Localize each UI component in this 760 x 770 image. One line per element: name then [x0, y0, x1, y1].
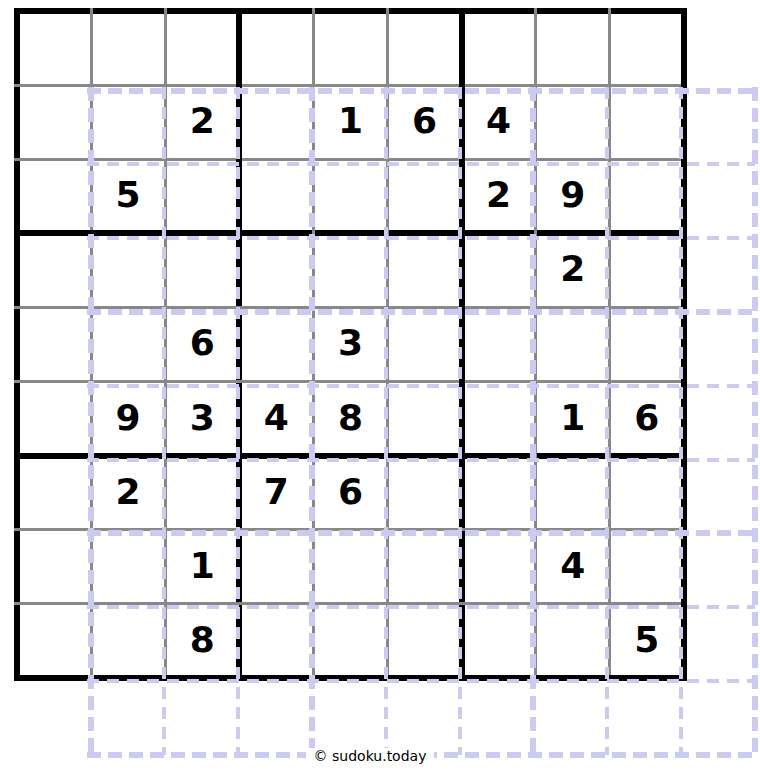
cell-r8c4[interactable] [239, 530, 313, 604]
cell-r4c8[interactable]: 2 [536, 233, 610, 307]
given-digit: 4 [264, 400, 289, 436]
cell-r6c8[interactable]: 1 [536, 382, 610, 456]
cell-r3c4[interactable] [239, 159, 313, 233]
puzzle-canvas: 21645292639348162761485 © sudoku.today [0, 0, 760, 770]
cell-r7c2[interactable]: 2 [91, 456, 165, 530]
cell-r5c3[interactable]: 6 [165, 307, 239, 381]
cell-r6c3[interactable]: 3 [165, 382, 239, 456]
main-grid-line-h-8 [14, 602, 687, 605]
cell-r3c7[interactable]: 2 [462, 159, 536, 233]
cell-r2c5[interactable]: 1 [313, 85, 387, 159]
cell-r1c3[interactable] [165, 11, 239, 85]
given-digit: 2 [560, 251, 585, 287]
given-digit: 7 [264, 474, 289, 510]
cell-r6c5[interactable]: 8 [313, 382, 387, 456]
main-grid-line-h-2 [14, 158, 687, 161]
main-grid-line-v-3 [236, 8, 242, 681]
cell-r9c2[interactable] [91, 604, 165, 678]
offset-grid-line-v-9 [752, 87, 758, 755]
cell-r1c2[interactable] [91, 11, 165, 85]
main-grid-line-v-8 [608, 8, 611, 681]
cell-r2c3[interactable]: 2 [165, 85, 239, 159]
cell-r7c6[interactable] [388, 456, 462, 530]
main-grid-line-v-2 [164, 8, 167, 681]
main-grid-line-v-1 [90, 8, 93, 681]
given-digit: 6 [412, 103, 437, 139]
cell-r8c1[interactable] [17, 530, 91, 604]
cell-r5c8[interactable] [536, 307, 610, 381]
cell-r8c5[interactable] [313, 530, 387, 604]
cell-r7c9[interactable] [610, 456, 684, 530]
given-digit: 9 [560, 177, 585, 213]
given-digit: 2 [116, 474, 141, 510]
cell-r6c4[interactable]: 4 [239, 382, 313, 456]
given-digit: 6 [338, 474, 363, 510]
cell-r5c5[interactable]: 3 [313, 307, 387, 381]
main-grid-line-h-4 [14, 306, 687, 309]
cell-r6c9[interactable]: 6 [610, 382, 684, 456]
given-digit: 9 [116, 400, 141, 436]
main-grid-line-v-4 [312, 8, 315, 681]
cell-r1c5[interactable] [313, 11, 387, 85]
cell-r3c3[interactable] [165, 159, 239, 233]
cell-r2c7[interactable]: 4 [462, 85, 536, 159]
given-digit: 6 [190, 325, 215, 361]
cell-r3c9[interactable] [610, 159, 684, 233]
cell-r9c9[interactable]: 5 [610, 604, 684, 678]
cell-r9c7[interactable] [462, 604, 536, 678]
cell-r7c1[interactable] [17, 456, 91, 530]
cell-r7c8[interactable] [536, 456, 610, 530]
given-digit: 5 [116, 177, 141, 213]
given-digit: 2 [190, 103, 215, 139]
cell-r1c4[interactable] [239, 11, 313, 85]
cell-r9c3[interactable]: 8 [165, 604, 239, 678]
cell-r4c2[interactable] [91, 233, 165, 307]
cell-r3c2[interactable]: 5 [91, 159, 165, 233]
cell-r5c6[interactable] [388, 307, 462, 381]
given-digit: 1 [190, 548, 215, 584]
main-grid-line-v-5 [386, 8, 389, 681]
cell-r9c1[interactable] [17, 604, 91, 678]
cell-r5c7[interactable] [462, 307, 536, 381]
cell-r8c9[interactable] [610, 530, 684, 604]
main-grid-line-h-9 [14, 675, 687, 681]
copyright-text: © sudoku.today [306, 748, 435, 764]
main-grid-line-h-7 [14, 528, 687, 531]
cell-r7c7[interactable] [462, 456, 536, 530]
cell-r3c5[interactable] [313, 159, 387, 233]
cell-r4c4[interactable] [239, 233, 313, 307]
given-digit: 3 [338, 325, 363, 361]
cell-r5c2[interactable] [91, 307, 165, 381]
cell-r8c8[interactable]: 4 [536, 530, 610, 604]
cell-r8c2[interactable] [91, 530, 165, 604]
cell-r7c5[interactable]: 6 [313, 456, 387, 530]
cell-r6c6[interactable] [388, 382, 462, 456]
cell-r4c5[interactable] [313, 233, 387, 307]
cell-r2c8[interactable] [536, 85, 610, 159]
given-digit: 3 [190, 400, 215, 436]
cell-r5c1[interactable] [17, 307, 91, 381]
cell-r1c8[interactable] [536, 11, 610, 85]
cell-r9c4[interactable] [239, 604, 313, 678]
cell-r8c7[interactable] [462, 530, 536, 604]
cell-r2c9[interactable] [610, 85, 684, 159]
cell-r8c3[interactable]: 1 [165, 530, 239, 604]
given-digit: 4 [486, 103, 511, 139]
given-digit: 6 [634, 400, 659, 436]
sudoku-board: 21645292639348162761485 [14, 8, 687, 681]
cell-r1c1[interactable] [17, 11, 91, 85]
given-digit: 5 [634, 622, 659, 658]
cell-r9c6[interactable] [388, 604, 462, 678]
cell-r3c8[interactable]: 9 [536, 159, 610, 233]
cell-r2c1[interactable] [17, 85, 91, 159]
given-digit: 1 [560, 400, 585, 436]
cell-r9c5[interactable] [313, 604, 387, 678]
cell-r2c4[interactable] [239, 85, 313, 159]
main-grid-line-h-1 [14, 84, 687, 87]
cell-r8c6[interactable] [388, 530, 462, 604]
cell-r1c7[interactable] [462, 11, 536, 85]
main-grid-line-v-9 [681, 8, 687, 681]
cell-r5c9[interactable] [610, 307, 684, 381]
cell-r5c4[interactable] [239, 307, 313, 381]
main-grid-line-h-6 [14, 453, 687, 459]
main-grid-line-v-6 [459, 8, 465, 681]
cell-r2c2[interactable] [91, 85, 165, 159]
cell-r1c6[interactable] [388, 11, 462, 85]
cell-r1c9[interactable] [610, 11, 684, 85]
cell-r6c1[interactable] [17, 382, 91, 456]
cell-r7c3[interactable] [165, 456, 239, 530]
cell-r9c8[interactable] [536, 604, 610, 678]
cell-r4c7[interactable] [462, 233, 536, 307]
cell-r7c4[interactable]: 7 [239, 456, 313, 530]
given-digit: 2 [486, 177, 511, 213]
cell-r4c6[interactable] [388, 233, 462, 307]
main-grid-line-v-0 [14, 8, 20, 681]
main-grid-line-h-5 [14, 380, 687, 383]
cell-r3c6[interactable] [388, 159, 462, 233]
cell-r6c7[interactable] [462, 382, 536, 456]
main-grid-line-v-7 [534, 8, 537, 681]
main-grid-line-h-0 [14, 8, 687, 14]
cell-r4c1[interactable] [17, 233, 91, 307]
copyright-footer: © sudoku.today [0, 746, 740, 765]
cell-r3c1[interactable] [17, 159, 91, 233]
given-digit: 8 [338, 400, 363, 436]
cell-r2c6[interactable]: 6 [388, 85, 462, 159]
given-digit: 8 [190, 622, 215, 658]
main-grid-line-h-3 [14, 230, 687, 236]
given-digit: 1 [338, 103, 363, 139]
given-digit: 4 [560, 548, 585, 584]
cell-r4c3[interactable] [165, 233, 239, 307]
cell-r6c2[interactable]: 9 [91, 382, 165, 456]
cell-r4c9[interactable] [610, 233, 684, 307]
